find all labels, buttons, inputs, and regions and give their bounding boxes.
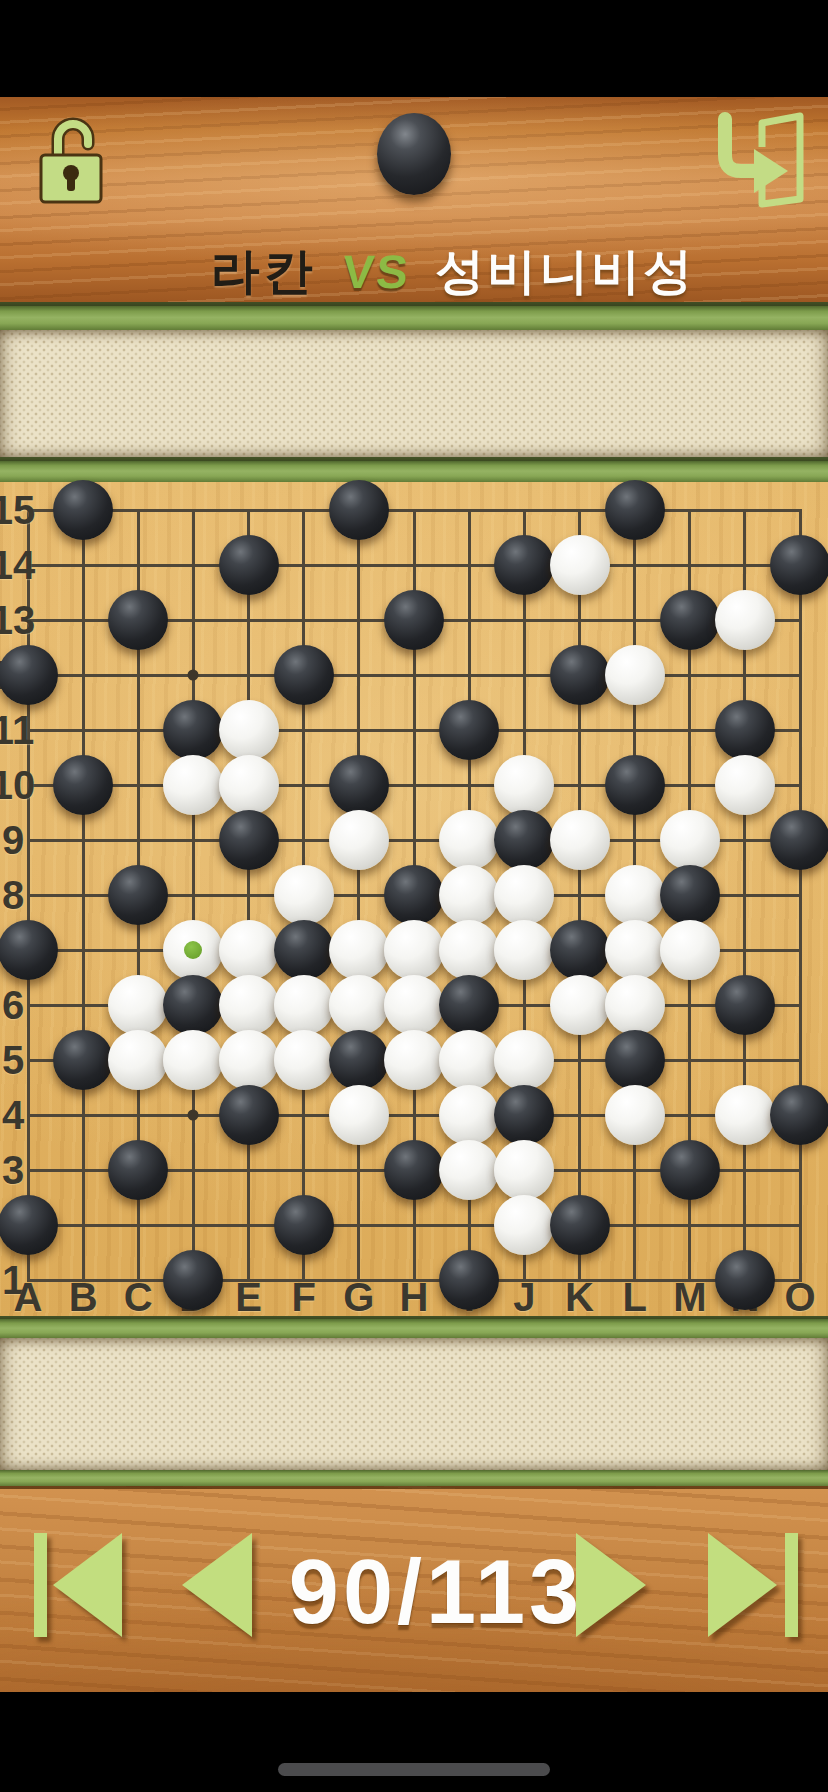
stone-black (660, 865, 720, 925)
bottom-safe-area (0, 1692, 828, 1792)
stone-white (715, 1085, 775, 1145)
stone-black (219, 535, 279, 595)
stone-black (384, 1140, 444, 1200)
star-point (188, 1110, 199, 1121)
stone-white (219, 755, 279, 815)
stone-white (550, 535, 610, 595)
stone-white (660, 810, 720, 870)
grid-line-vertical (578, 509, 581, 1282)
stone-black (715, 975, 775, 1035)
stone-black (274, 1195, 334, 1255)
stone-white (274, 975, 334, 1035)
column-label: O (785, 1275, 816, 1320)
stone-black (550, 1195, 610, 1255)
home-indicator[interactable] (278, 1763, 550, 1776)
column-label: A (14, 1275, 43, 1320)
stone-white (274, 1030, 334, 1090)
stone-black (770, 535, 828, 595)
stone-black (53, 755, 113, 815)
stone-white (439, 920, 499, 980)
stone-black (494, 810, 554, 870)
jump-to-end-button[interactable] (708, 1533, 798, 1637)
row-label: 8 (2, 873, 24, 918)
stone-black (715, 1250, 775, 1310)
stone-white (494, 755, 554, 815)
stone-black (219, 810, 279, 870)
stone-white (163, 920, 223, 980)
stone-white (439, 1140, 499, 1200)
stone-black (53, 1030, 113, 1090)
stone-black (494, 535, 554, 595)
stone-white (329, 1085, 389, 1145)
replay-controls: 90/113 (0, 1486, 828, 1692)
column-label: B (69, 1275, 98, 1320)
row-label: 15 (0, 488, 35, 533)
stone-black (660, 1140, 720, 1200)
stone-white (219, 700, 279, 760)
stone-black (605, 755, 665, 815)
stone-black (163, 975, 223, 1035)
stone-black (660, 590, 720, 650)
player-black-name: 라칸 (211, 239, 317, 305)
stone-black (108, 590, 168, 650)
row-label: 9 (2, 818, 24, 863)
stone-white (384, 975, 444, 1035)
app-screen: 라칸 VS 성비니비성 151413121110987654321ABCDEFG… (0, 0, 828, 1792)
stone-white (660, 920, 720, 980)
stone-black (770, 1085, 828, 1145)
row-label: 13 (0, 598, 35, 643)
column-label: H (400, 1275, 429, 1320)
board-frame-bottom (0, 1316, 828, 1338)
stone-black (108, 1140, 168, 1200)
column-label: K (565, 1275, 594, 1320)
step-forward-button[interactable] (576, 1533, 646, 1637)
stone-black (605, 1030, 665, 1090)
stone-white (494, 1140, 554, 1200)
stone-white (384, 1030, 444, 1090)
stone-white (439, 1085, 499, 1145)
stone-black (108, 865, 168, 925)
stone-white (219, 1030, 279, 1090)
stone-black (550, 920, 610, 980)
stone-black (163, 700, 223, 760)
grid-line-horizontal (27, 1114, 802, 1117)
go-board[interactable]: 151413121110987654321ABCDEFGHIJKLMNO (0, 482, 828, 1316)
stone-black (550, 645, 610, 705)
column-label: M (673, 1275, 706, 1320)
mat-band-top (0, 330, 828, 457)
stone-white (494, 920, 554, 980)
stone-white (605, 975, 665, 1035)
row-label: 5 (2, 1038, 24, 1083)
mat-band-bottom (0, 1338, 828, 1470)
stone-white (219, 975, 279, 1035)
stone-white (219, 920, 279, 980)
column-label: G (343, 1275, 374, 1320)
board-frame-top (0, 457, 828, 482)
stone-white (494, 1030, 554, 1090)
stone-black (0, 920, 58, 980)
exit-icon[interactable] (712, 111, 804, 205)
column-label: C (124, 1275, 153, 1320)
stone-white (605, 645, 665, 705)
stone-black (715, 700, 775, 760)
stone-white (163, 755, 223, 815)
stone-black (770, 810, 828, 870)
column-label: L (622, 1275, 646, 1320)
stone-white (329, 975, 389, 1035)
stone-white (550, 975, 610, 1035)
stone-black (329, 1030, 389, 1090)
last-move-marker (184, 941, 202, 959)
stone-white (439, 865, 499, 925)
stone-black (0, 645, 58, 705)
stone-black (219, 1085, 279, 1145)
row-label: 6 (2, 983, 24, 1028)
stone-black (384, 865, 444, 925)
stone-white (439, 1030, 499, 1090)
stone-white (439, 810, 499, 870)
stone-white (329, 810, 389, 870)
stone-black (384, 590, 444, 650)
stone-white (108, 1030, 168, 1090)
stone-white (494, 865, 554, 925)
header-bar: 라칸 VS 성비니비성 (0, 97, 828, 302)
turn-indicator-black-stone (377, 113, 451, 195)
star-point (188, 670, 199, 681)
players-banner: 라칸 VS 성비니비성 (0, 239, 828, 305)
stone-black (53, 480, 113, 540)
stone-white (274, 865, 334, 925)
stone-white (550, 810, 610, 870)
row-label: 10 (0, 763, 35, 808)
stone-black (0, 1195, 58, 1255)
column-label: E (235, 1275, 262, 1320)
stone-black (605, 480, 665, 540)
divider-green-strip-top (0, 302, 828, 330)
grid-line-horizontal (27, 1224, 802, 1227)
row-label: 14 (0, 543, 35, 588)
column-label: F (292, 1275, 316, 1320)
vs-label: VS (341, 244, 412, 299)
player-white-name: 성비니비성 (435, 239, 695, 305)
stone-white (108, 975, 168, 1035)
stone-black (274, 645, 334, 705)
stone-black (439, 1250, 499, 1310)
column-label: J (513, 1275, 535, 1320)
stone-black (439, 975, 499, 1035)
stone-white (163, 1030, 223, 1090)
stone-white (715, 755, 775, 815)
stone-white (329, 920, 389, 980)
stone-white (384, 920, 444, 980)
grid-line-vertical (799, 509, 802, 1282)
row-label: 4 (2, 1093, 24, 1138)
stone-black (439, 700, 499, 760)
stone-white (715, 590, 775, 650)
stone-white (605, 865, 665, 925)
lock-icon[interactable] (34, 109, 108, 207)
stone-black (274, 920, 334, 980)
row-label: 11 (0, 708, 34, 753)
stone-white (605, 1085, 665, 1145)
stone-black (163, 1250, 223, 1310)
status-bar (0, 0, 828, 97)
stone-black (329, 755, 389, 815)
stone-white (494, 1195, 554, 1255)
divider-green-strip-bottom (0, 1470, 828, 1486)
stone-white (605, 920, 665, 980)
stone-black (329, 480, 389, 540)
stone-black (494, 1085, 554, 1145)
row-label: 3 (2, 1148, 24, 1193)
